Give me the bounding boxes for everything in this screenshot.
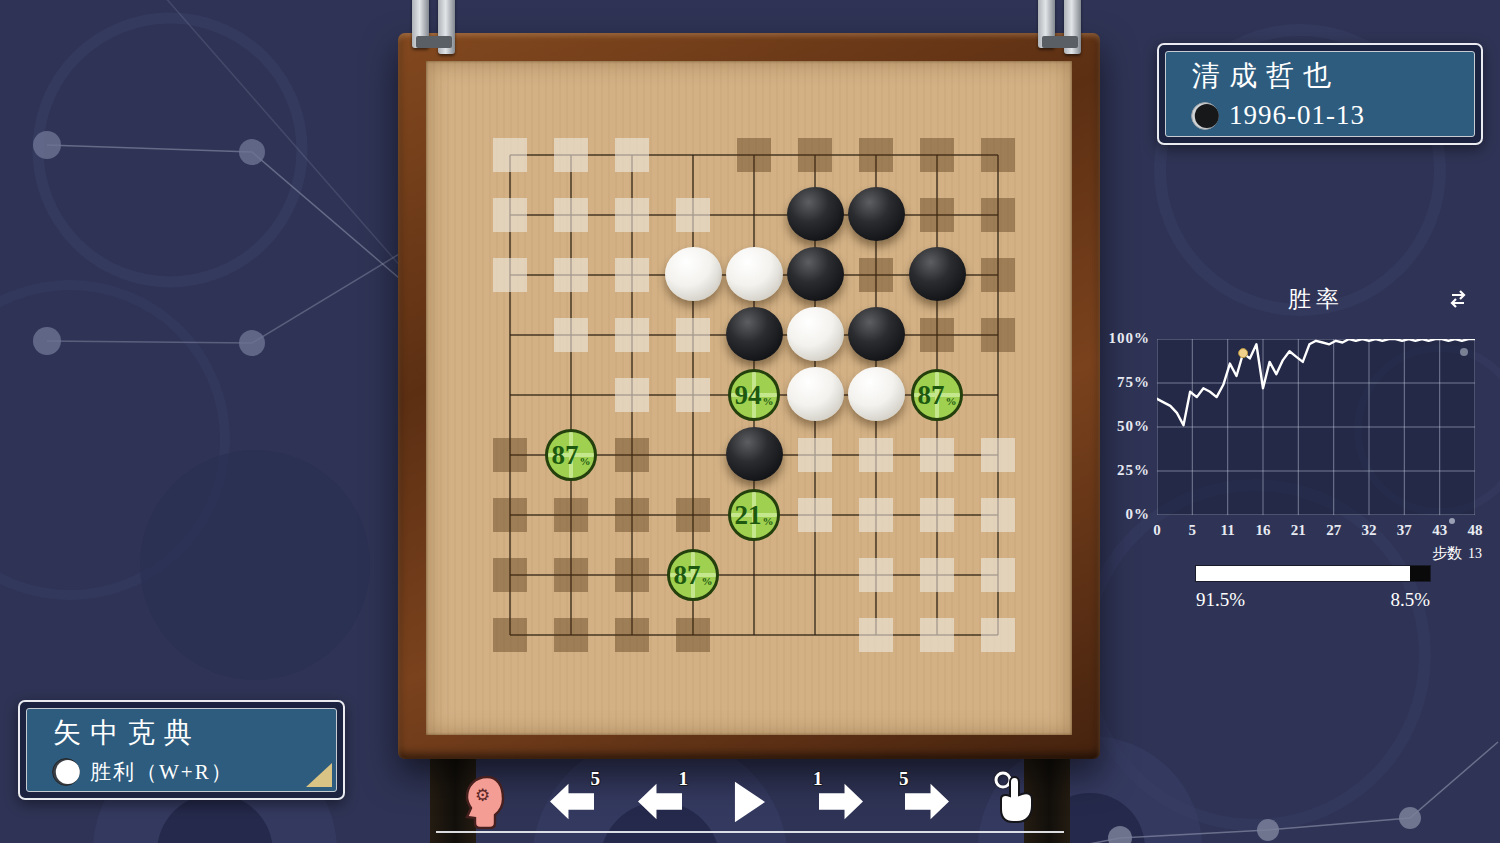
black-stone <box>726 427 783 481</box>
player-card-black: 清成哲也 1996-01-13 <box>1157 43 1483 145</box>
white-share-segment <box>1196 566 1410 581</box>
rewind-1-icon <box>638 783 682 820</box>
black-player-name: 清成哲也 <box>1192 57 1340 95</box>
y-axis-label: 100% <box>1109 330 1151 347</box>
territory-white-marker <box>981 438 1015 472</box>
x-axis-label: 0 <box>1153 522 1161 539</box>
x-axis-label: 48 <box>1468 522 1483 539</box>
white-stone <box>787 307 844 361</box>
move-counter: 步数13 <box>1330 544 1482 563</box>
x-axis-label: 43 <box>1432 522 1447 539</box>
territory-black-marker <box>554 498 588 532</box>
x-axis-label: 27 <box>1326 522 1341 539</box>
clamp-jaw <box>416 36 452 48</box>
white-player-name: 矢中克典 <box>53 714 201 752</box>
move-suggestion-badge[interactable]: 87% <box>545 429 597 481</box>
forward-1-button[interactable]: 1 <box>819 783 863 820</box>
analysis-toggle-button[interactable]: ⚙ <box>462 775 508 833</box>
territory-black-marker <box>615 498 649 532</box>
y-axis-label: 50% <box>1117 418 1150 435</box>
territory-white-marker <box>981 618 1015 652</box>
territory-black-marker <box>920 198 954 232</box>
rewind-5-icon <box>550 783 594 820</box>
x-axis-label: 16 <box>1256 522 1271 539</box>
territory-white-marker <box>615 378 649 412</box>
territory-white-marker <box>615 258 649 292</box>
black-stone <box>787 247 844 301</box>
black-player-date: 1996-01-13 <box>1229 100 1365 131</box>
territory-white-marker <box>615 138 649 172</box>
territory-black-marker <box>798 138 832 172</box>
x-axis-label: 37 <box>1397 522 1412 539</box>
nav-divider <box>436 831 1064 833</box>
back-1-label: 1 <box>679 768 689 790</box>
territory-white-marker <box>981 558 1015 592</box>
move-counter-label: 步数 <box>1432 545 1462 561</box>
territory-white-marker <box>859 558 893 592</box>
suggestion-percent-sign: % <box>763 396 774 407</box>
winrate-title: 胜率 <box>1157 284 1475 315</box>
forward-1-label: 1 <box>813 768 823 790</box>
white-stone <box>787 367 844 421</box>
territory-black-marker <box>859 258 893 292</box>
winrate-x-axis: 051116212732374348 <box>1157 522 1475 540</box>
loop-icon[interactable] <box>1447 290 1469 308</box>
territory-white-marker <box>920 558 954 592</box>
suggestion-percent-sign: % <box>702 576 713 587</box>
territory-black-marker <box>615 558 649 592</box>
territory-black-marker <box>554 558 588 592</box>
suggestion-percent-sign: % <box>946 396 957 407</box>
move-suggestion-badge[interactable]: 21% <box>728 489 780 541</box>
go-board-frame: 94%87%87%21%87% <box>398 33 1100 759</box>
territory-white-marker <box>554 198 588 232</box>
forward-1-icon <box>819 783 863 820</box>
y-axis-label: 25% <box>1117 462 1150 479</box>
territory-black-marker <box>615 618 649 652</box>
territory-white-marker <box>798 498 832 532</box>
white-stone <box>726 247 783 301</box>
territory-white-marker <box>920 618 954 652</box>
x-axis-label: 5 <box>1189 522 1197 539</box>
territory-black-marker <box>981 198 1015 232</box>
suggestion-winrate: 87 <box>918 382 945 409</box>
play-button[interactable] <box>733 781 765 823</box>
territory-black-marker <box>493 438 527 472</box>
y-axis-label: 75% <box>1117 374 1150 391</box>
territory-white-marker <box>859 498 893 532</box>
forward-5-button[interactable]: 5 <box>905 783 949 820</box>
y-axis-label: 0% <box>1126 506 1151 523</box>
clamp-jaw <box>1042 36 1078 48</box>
go-board[interactable]: 94%87%87%21%87% <box>426 61 1072 735</box>
current-move-marker <box>1239 349 1248 358</box>
suggestion-winrate: 21 <box>735 502 762 529</box>
black-stone <box>848 307 905 361</box>
black-stone <box>726 307 783 361</box>
black-share-segment <box>1410 566 1430 581</box>
move-suggestion-badge[interactable]: 87% <box>667 549 719 601</box>
territory-white-marker <box>859 618 893 652</box>
hand-pointer-icon <box>992 770 1036 830</box>
suggestion-percent-sign: % <box>763 516 774 527</box>
territory-white-marker <box>493 138 527 172</box>
player-card-black-panel: 清成哲也 1996-01-13 <box>1165 51 1475 137</box>
territory-white-marker <box>859 438 893 472</box>
territory-white-marker <box>920 438 954 472</box>
white-stone <box>848 367 905 421</box>
territory-black-marker <box>676 618 710 652</box>
forward-5-label: 5 <box>899 768 909 790</box>
territory-black-marker <box>920 138 954 172</box>
black-stone <box>909 247 966 301</box>
suggestion-winrate: 87 <box>552 442 579 469</box>
black-share-label: 8.5% <box>1330 589 1430 611</box>
territory-white-marker <box>615 318 649 352</box>
territory-white-marker <box>554 258 588 292</box>
suggestion-percent-sign: % <box>580 456 591 467</box>
territory-black-marker <box>981 258 1015 292</box>
territory-white-marker <box>920 498 954 532</box>
brain-gear-icon: ⚙ <box>462 775 508 829</box>
suggestion-winrate: 94 <box>735 382 762 409</box>
territory-black-marker <box>493 618 527 652</box>
territory-white-marker <box>554 318 588 352</box>
territory-black-marker <box>676 498 710 532</box>
territory-white-marker <box>798 438 832 472</box>
forward-5-icon <box>905 783 949 820</box>
x-axis-label: 11 <box>1221 522 1235 539</box>
x-axis-label: 21 <box>1291 522 1306 539</box>
black-stone <box>848 187 905 241</box>
territory-white-marker <box>676 378 710 412</box>
navigation-bar: ⚙ 5 1 1 5 <box>0 760 1500 843</box>
territory-black-marker <box>493 558 527 592</box>
suggestion-winrate: 87 <box>674 562 701 589</box>
territory-white-marker <box>676 198 710 232</box>
territory-black-marker <box>493 498 527 532</box>
board-clamp-right <box>1036 0 1088 54</box>
territory-white-marker <box>615 198 649 232</box>
black-stone <box>787 187 844 241</box>
play-icon <box>733 781 765 823</box>
territory-black-marker <box>920 318 954 352</box>
back-1-button[interactable]: 1 <box>638 783 682 820</box>
territory-white-marker <box>981 498 1015 532</box>
board-clamp-left <box>410 0 462 54</box>
territory-white-marker <box>493 198 527 232</box>
score-share-bar <box>1196 566 1430 581</box>
territory-black-marker <box>981 318 1015 352</box>
back-5-label: 5 <box>591 768 601 790</box>
move-suggestion-badge[interactable]: 87% <box>911 369 963 421</box>
white-share-label: 91.5% <box>1196 589 1245 611</box>
territory-black-marker <box>554 618 588 652</box>
black-stone-icon <box>1190 101 1220 131</box>
white-stone <box>665 247 722 301</box>
territory-black-marker <box>615 438 649 472</box>
territory-black-marker <box>981 138 1015 172</box>
territory-black-marker <box>737 138 771 172</box>
pointer-mode-button[interactable] <box>992 770 1036 834</box>
territory-black-marker <box>859 138 893 172</box>
x-axis-label: 32 <box>1362 522 1377 539</box>
move-suggestion-badge[interactable]: 94% <box>728 369 780 421</box>
territory-white-marker <box>676 318 710 352</box>
territory-white-marker <box>554 138 588 172</box>
winrate-y-axis: 100%75%50%25%0% <box>1098 339 1150 515</box>
winrate-chart <box>1157 339 1475 515</box>
territory-white-marker <box>493 258 527 292</box>
back-5-button[interactable]: 5 <box>550 783 594 820</box>
svg-text:⚙: ⚙ <box>475 785 490 805</box>
move-counter-number: 13 <box>1468 546 1482 561</box>
